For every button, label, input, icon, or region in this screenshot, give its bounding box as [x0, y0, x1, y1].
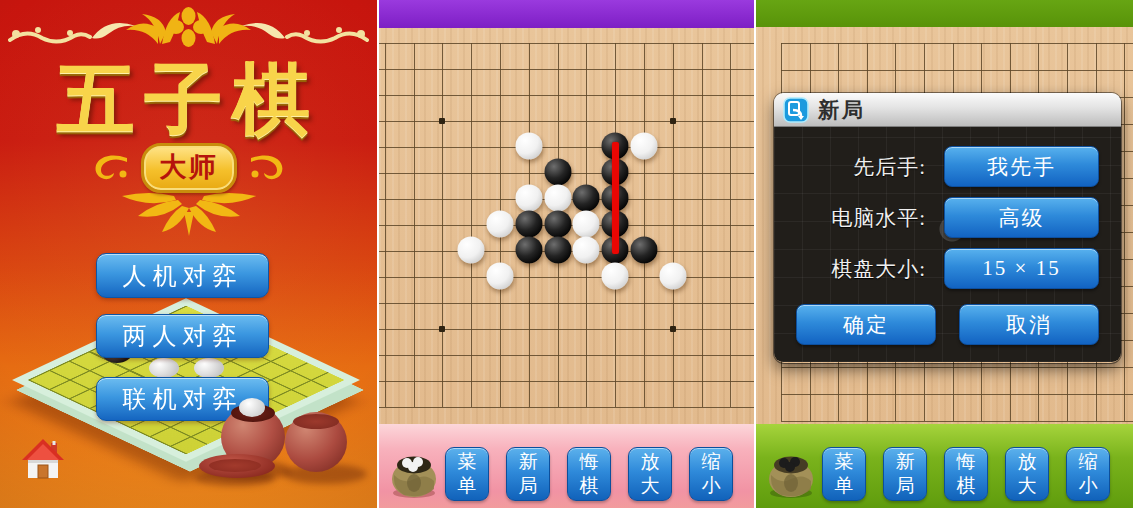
- new-game-dialog-panel: 新局 先后手: 我先手 电脑水平: 高级 棋盘大小: 15 × 15: [756, 0, 1133, 508]
- app-screenshots: 五子棋 大师: [0, 0, 1133, 508]
- stone-bowls: [187, 398, 377, 508]
- grid-line: [673, 43, 674, 407]
- black-stone: [573, 184, 600, 211]
- grid-line: [379, 43, 754, 44]
- game-toolbar: 菜单 新局 悔棋 放大 缩小: [379, 424, 754, 508]
- grid-line: [379, 95, 754, 96]
- grid-line: [379, 329, 754, 330]
- new-game-button[interactable]: 新局: [506, 447, 550, 501]
- grid-line: [379, 147, 754, 148]
- white-stone-in-bowl: [239, 398, 265, 417]
- new-game-button[interactable]: 新局: [883, 447, 927, 501]
- grid-line: [379, 355, 754, 356]
- zoom-in-button[interactable]: 放大: [1005, 447, 1049, 501]
- dialog-title-bar: 新局: [774, 93, 1121, 127]
- new-game-icon: [783, 97, 809, 123]
- white-stone: [487, 210, 514, 237]
- menu-button[interactable]: 菜单: [445, 447, 489, 501]
- board-size-selector[interactable]: 15 × 15: [944, 248, 1099, 289]
- first-move-selector[interactable]: 我先手: [944, 146, 1099, 187]
- status-bar-green: [756, 0, 1133, 27]
- white-stone: [602, 262, 629, 289]
- white-stone: [573, 210, 600, 237]
- grid-line: [1124, 43, 1125, 421]
- grid-line: [730, 43, 731, 407]
- star-point: [670, 118, 676, 124]
- stone-bowl-icon: [388, 449, 440, 501]
- grid-line: [781, 367, 1133, 368]
- star-point: [670, 326, 676, 332]
- grid-line: [702, 43, 703, 407]
- first-move-label: 先后手:: [774, 153, 926, 181]
- black-stone: [544, 236, 571, 263]
- black-stone: [631, 236, 658, 263]
- grid-line: [781, 421, 1133, 422]
- play-vs-computer-button[interactable]: 人机对弈: [96, 253, 269, 298]
- winning-line-marker: [612, 142, 619, 254]
- black-stone: [515, 236, 542, 263]
- grid-line: [781, 70, 1133, 71]
- menu-button[interactable]: 菜单: [822, 447, 866, 501]
- grid-line: [379, 121, 754, 122]
- white-stone: [487, 262, 514, 289]
- game-toolbar: 菜单 新局 悔棋 放大 缩小: [756, 424, 1133, 508]
- star-point: [439, 118, 445, 124]
- grid-line: [379, 277, 754, 278]
- dialog-title: 新局: [818, 96, 866, 124]
- white-stone: [515, 184, 542, 211]
- grid-line: [781, 43, 1133, 44]
- home-screen-panel: 五子棋 大师: [0, 0, 377, 508]
- white-stone: [544, 184, 571, 211]
- black-stone: [544, 158, 571, 185]
- white-stone: [458, 236, 485, 263]
- confirm-button[interactable]: 确定: [796, 304, 936, 345]
- ai-level-selector[interactable]: 高级: [944, 197, 1099, 238]
- ai-level-label: 电脑水平:: [774, 204, 926, 232]
- white-stone: [631, 132, 658, 159]
- zoom-out-button[interactable]: 缩小: [689, 447, 733, 501]
- home-icon[interactable]: [20, 436, 66, 482]
- gomoku-board-background: 新局 先后手: 我先手 电脑水平: 高级 棋盘大小: 15 × 15: [756, 27, 1133, 424]
- dialog-body: 先后手: 我先手 电脑水平: 高级 棋盘大小: 15 × 15 确定 取消: [774, 127, 1121, 362]
- white-stone: [515, 132, 542, 159]
- black-stone: [544, 210, 571, 237]
- grid-line: [379, 407, 754, 408]
- grid-line: [379, 303, 754, 304]
- two-player-button[interactable]: 两人对弈: [96, 314, 269, 358]
- board-size-label: 棋盘大小:: [774, 255, 926, 283]
- white-stone: [573, 236, 600, 263]
- grid-line: [379, 69, 754, 70]
- new-game-dialog: 新局 先后手: 我先手 电脑水平: 高级 棋盘大小: 15 × 15: [774, 93, 1121, 363]
- black-stone: [515, 210, 542, 237]
- undo-button[interactable]: 悔棋: [944, 447, 988, 501]
- grid-line: [379, 381, 754, 382]
- gomoku-board[interactable]: [379, 28, 754, 424]
- stone-bowl-icon: [765, 449, 817, 501]
- zoom-in-button[interactable]: 放大: [628, 447, 672, 501]
- zoom-out-button[interactable]: 缩小: [1066, 447, 1110, 501]
- status-bar-purple: [379, 0, 754, 28]
- grid-line: [781, 394, 1133, 395]
- star-point: [439, 326, 445, 332]
- grid-line: [644, 43, 645, 407]
- undo-button[interactable]: 悔棋: [567, 447, 611, 501]
- white-stone: [659, 262, 686, 289]
- game-screen-panel: 菜单 新局 悔棋 放大 缩小: [379, 0, 754, 508]
- cancel-button[interactable]: 取消: [959, 304, 1099, 345]
